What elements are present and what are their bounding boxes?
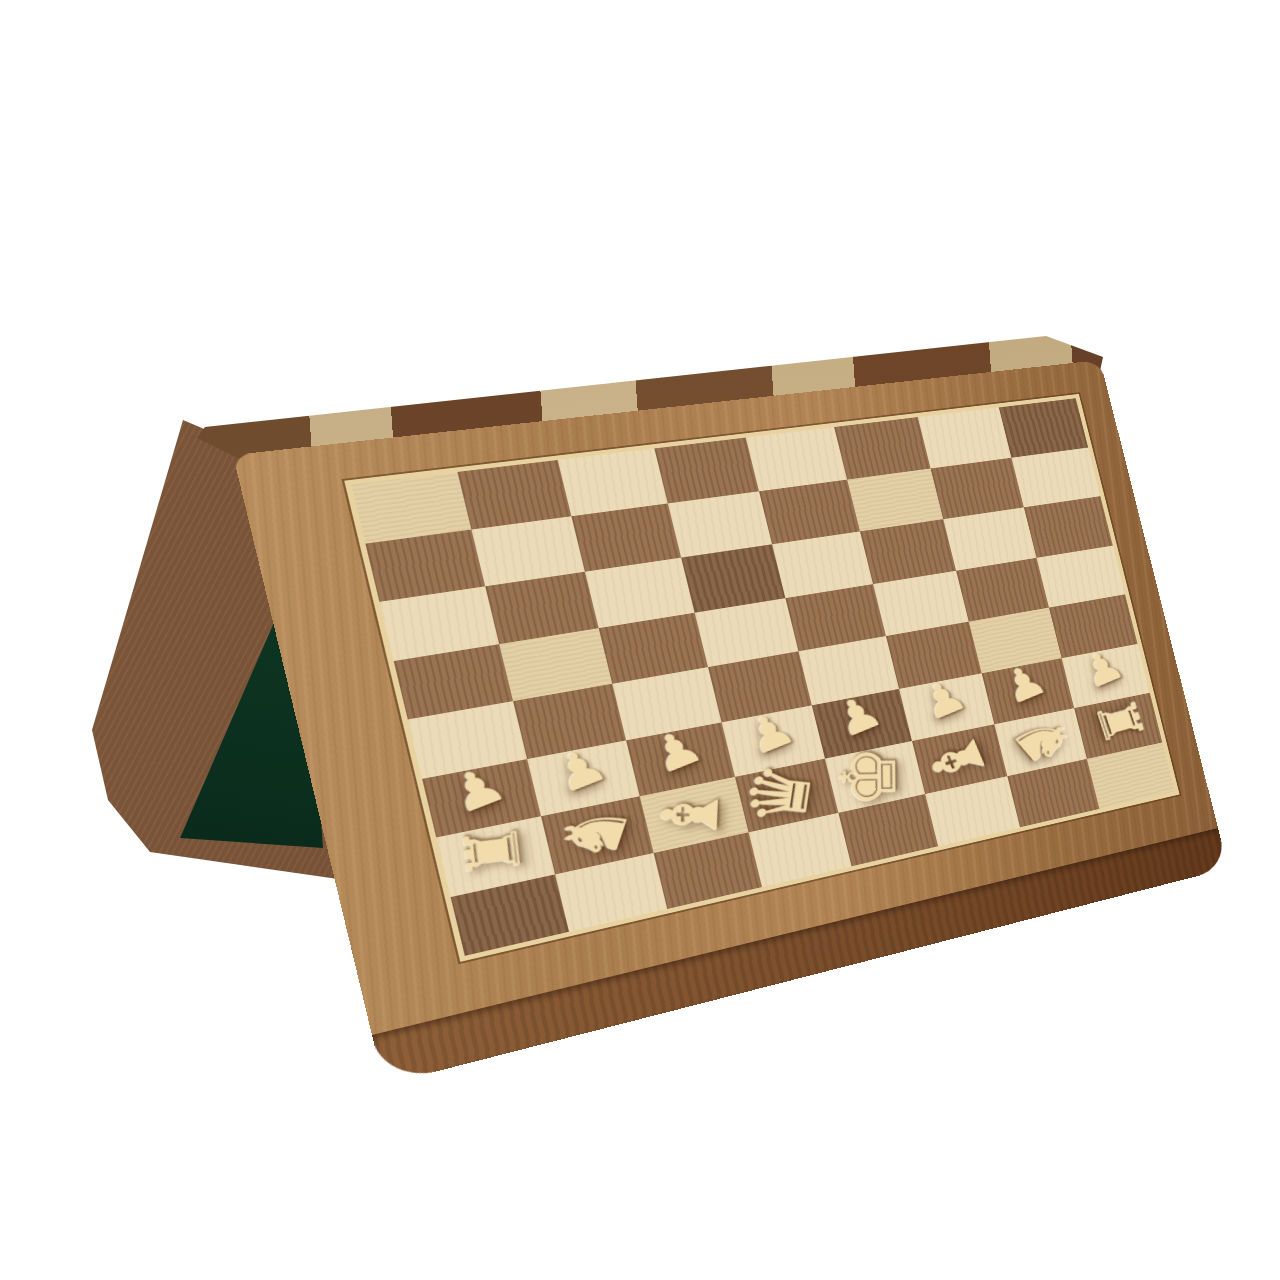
- white-rook: ♜: [452, 803, 534, 899]
- white-king: ♚: [839, 736, 900, 817]
- white-queen: ♛: [743, 750, 818, 838]
- square-d2: ♛: [734, 759, 838, 832]
- white-knight: ♞: [546, 783, 641, 881]
- white-bishop: ♝: [655, 772, 724, 857]
- square-e2: ♚: [825, 741, 925, 812]
- square-f2: ♝: [912, 724, 1008, 793]
- board-face: ♟♟♟♟♟♟♟♟♜♞♝♛♚♝♞♜: [233, 360, 1228, 1085]
- product-photo-scene: ♟♟♟♟♟♟♟♟♜♞♝♛♚♝♞♜: [0, 0, 1280, 1280]
- square-g2: ♞: [994, 708, 1086, 776]
